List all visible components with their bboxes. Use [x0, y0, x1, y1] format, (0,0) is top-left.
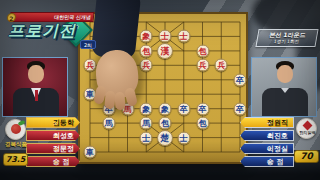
right-score-label: 승 점: [267, 157, 283, 167]
right-score-badge: 70: [294, 150, 319, 163]
chevron-double-right-icon: ≫: [53, 118, 58, 128]
hand-finger: [114, 92, 125, 111]
right-player-face: [277, 65, 293, 83]
janggi-piece-red-f5r3[interactable]: 漢: [157, 43, 173, 59]
chevron-double-right-icon: ≫: [53, 131, 58, 141]
janggi-piece-red-f4r3[interactable]: 包: [140, 44, 153, 57]
right-team-member-row: ≪ 이정실: [240, 143, 294, 154]
right-player-name: 정원직: [267, 118, 288, 128]
edition-tag: 2회: [80, 40, 96, 49]
right-player-name-row: ≪ 정원직: [240, 117, 294, 128]
left-player-face: [28, 65, 44, 83]
left-sponsor-logo: [5, 119, 26, 140]
janggi-piece-red-f7r3[interactable]: 包: [196, 44, 209, 57]
round-detail: 1경기 1회전: [257, 39, 316, 45]
left-sponsor-name: 경북식품: [1, 141, 31, 148]
janggi-piece-blue-f5r9[interactable]: 楚: [157, 130, 173, 146]
janggi-piece-blue-f4r7[interactable]: 象: [140, 102, 153, 115]
round-name: 본선 1라운드: [258, 31, 317, 39]
janggi-piece-red-f8r4[interactable]: 兵: [215, 59, 228, 72]
left-player-tie: [35, 90, 38, 101]
left-score-badge: 73.5: [3, 153, 28, 166]
janggi-piece-blue-f6r9[interactable]: 士: [177, 131, 190, 144]
right-sponsor-name: 한지일맥: [297, 130, 318, 135]
janggi-piece-blue-f9r7[interactable]: 卒: [234, 102, 247, 115]
left-player-portrait: [2, 57, 68, 117]
janggi-piece-blue-f7r7[interactable]: 卒: [196, 102, 209, 115]
janggi-piece-red-f4r2[interactable]: 象: [140, 30, 153, 43]
right-team-member-row: ≪ 최진호: [240, 130, 294, 141]
right-team-member-1: 최진호: [267, 131, 288, 141]
janggi-piece-blue-f4r9[interactable]: 士: [140, 131, 153, 144]
right-score-label-row: ≪ 승 점: [240, 156, 294, 167]
janggi-piece-blue-f1r10[interactable]: 車: [84, 145, 97, 158]
chevron-double-right-icon: ≫: [53, 157, 58, 167]
janggi-piece-red-f7r4[interactable]: 兵: [196, 59, 209, 72]
leaf-icon: [17, 120, 25, 127]
left-team-member-row: 최성호 ≫: [26, 130, 80, 141]
broadcast-frame: 象士士包漢包兵兵兵兵兵馬卒車卒象象卒卒卒馬馬包包士楚士車 김동학 ≫ 최성호 ≫…: [0, 0, 320, 180]
janggi-piece-red-f5r2[interactable]: 士: [159, 30, 172, 43]
show-title: 프로기전: [8, 21, 76, 42]
janggi-piece-blue-f4r8[interactable]: 馬: [140, 117, 153, 130]
right-team-member-2: 이정실: [267, 144, 288, 154]
left-score-label-row: 승 점 ≫: [26, 156, 80, 167]
round-badge: 본선 1라운드 1경기 1회전: [255, 29, 318, 47]
right-sponsor-logo: 한지일맥: [296, 118, 317, 139]
janggi-piece-blue-f9r5[interactable]: 卒: [234, 73, 247, 86]
chevron-double-right-icon: ≫: [53, 144, 58, 154]
diamond-mark-icon: [303, 121, 313, 131]
right-player-portrait: [251, 57, 317, 117]
janggi-piece-red-f6r2[interactable]: 士: [177, 30, 190, 43]
janggi-piece-blue-f2r8[interactable]: 馬: [102, 117, 115, 130]
janggi-piece-blue-f5r7[interactable]: 象: [159, 102, 172, 115]
janggi-piece-blue-f5r8[interactable]: 包: [159, 117, 172, 130]
janggi-piece-blue-f6r7[interactable]: 卒: [177, 102, 190, 115]
janggi-piece-blue-f7r8[interactable]: 包: [196, 117, 209, 130]
left-team-member-row: 정문정 ≫: [26, 143, 80, 154]
left-player-name-row: 김동학 ≫: [26, 117, 80, 128]
